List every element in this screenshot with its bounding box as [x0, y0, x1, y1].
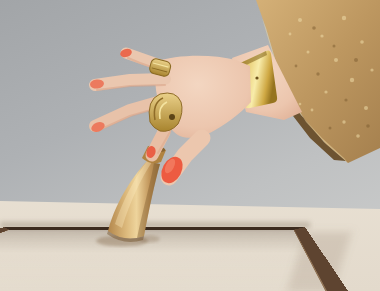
ring-finger: [95, 79, 165, 85]
hand-and-piece-overlay: [0, 0, 380, 291]
large-gold-ring: [149, 93, 182, 131]
photo-chess-scene: [0, 0, 380, 291]
